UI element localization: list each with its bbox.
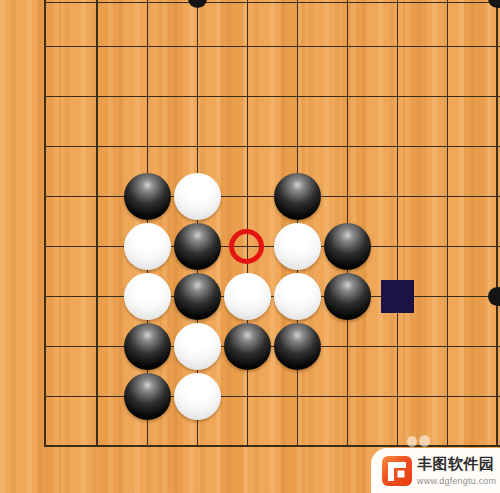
- star-point: [188, 0, 207, 8]
- grid-line-vertical: [247, 0, 248, 447]
- grid-line-vertical: [496, 0, 497, 447]
- watermark-panel: 丰图软件园 www.dgfengtu.com: [371, 448, 500, 493]
- grid-line-horizontal: [44, 246, 500, 247]
- grid-line-horizontal: [44, 96, 500, 97]
- white-stone: [124, 273, 171, 320]
- grid-line-horizontal: [44, 146, 500, 147]
- grid-line-vertical: [447, 0, 448, 447]
- decoration-blob: [407, 436, 417, 447]
- black-stone: [124, 373, 171, 420]
- black-stone: [174, 223, 221, 270]
- grid-line-horizontal: [44, 346, 500, 347]
- grid-line-vertical: [44, 0, 45, 447]
- black-stone: [124, 173, 171, 220]
- square-marker: [381, 280, 414, 313]
- grid-line-horizontal: [44, 196, 500, 197]
- black-stone: [274, 173, 321, 220]
- black-stone: [174, 273, 221, 320]
- watermark-title: 丰图软件园: [417, 455, 495, 474]
- black-stone: [124, 323, 171, 370]
- stylized-g-glyph: [382, 456, 412, 486]
- white-stone: [274, 273, 321, 320]
- black-stone: [224, 323, 271, 370]
- grid-line-vertical: [96, 0, 97, 447]
- white-stone: [224, 273, 271, 320]
- white-stone: [274, 223, 321, 270]
- grid-line-horizontal: [44, 46, 500, 47]
- black-stone: [274, 323, 321, 370]
- grid-line-horizontal: [44, 396, 500, 397]
- black-stone: [324, 273, 371, 320]
- red-circle-marker[interactable]: [229, 229, 264, 264]
- grid-line-horizontal: [44, 296, 500, 297]
- watermark-url: www.dgfengtu.com: [417, 476, 496, 486]
- white-stone: [124, 223, 171, 270]
- white-stone: [174, 173, 221, 220]
- watermark-logo-icon: [382, 456, 412, 486]
- grid-line-vertical: [397, 0, 398, 447]
- star-point: [488, 287, 500, 306]
- star-point: [488, 0, 500, 8]
- grid-line-horizontal: [44, 2, 500, 3]
- white-stone: [174, 373, 221, 420]
- go-board-screenshot: 丰图软件园 www.dgfengtu.com: [0, 0, 500, 493]
- black-stone: [324, 223, 371, 270]
- decoration-blob: [419, 435, 430, 447]
- white-stone: [174, 323, 221, 370]
- grid-line-horizontal: [44, 445, 500, 446]
